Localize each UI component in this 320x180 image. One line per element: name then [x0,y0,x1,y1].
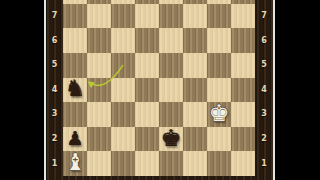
rank-label-left-4: 4 [46,85,63,95]
rank-label-right-6: 6 [255,36,273,46]
square-b1[interactable] [87,151,111,176]
square-c6[interactable] [111,28,135,53]
square-e5[interactable] [159,53,183,78]
square-g3[interactable]: ♚ [207,102,231,127]
square-b5[interactable] [87,53,111,78]
square-a6[interactable] [63,28,87,53]
rank-label-right-1: 1 [255,159,273,169]
square-e3[interactable] [159,102,183,127]
square-d4[interactable] [135,78,159,103]
square-f5[interactable] [183,53,207,78]
square-a5[interactable] [63,53,87,78]
square-b6[interactable] [87,28,111,53]
rank-label-right-3: 3 [255,109,273,119]
square-c7[interactable] [111,4,135,29]
square-e1[interactable] [159,151,183,176]
square-g1[interactable] [207,151,231,176]
square-d5[interactable] [135,53,159,78]
square-c5[interactable] [111,53,135,78]
square-h1[interactable] [231,151,255,176]
square-c3[interactable] [111,102,135,127]
rank-label-left-5: 5 [46,60,63,70]
square-h6[interactable] [231,28,255,53]
square-d6[interactable] [135,28,159,53]
square-f4[interactable] [183,78,207,103]
square-b4[interactable] [87,78,111,103]
rank-label-right-4: 4 [255,85,273,95]
rank-label-left-3: 3 [46,109,63,119]
square-a3[interactable] [63,102,87,127]
piece-white-bishop-a1[interactable]: ♝ [65,151,86,174]
piece-black-knight-a4[interactable]: ♞ [65,77,86,100]
square-c1[interactable] [111,151,135,176]
square-h5[interactable] [231,53,255,78]
board-frame: 7654321 ♞♚♟♚♝ 7654321 [46,0,273,180]
rank-label-right-2: 2 [255,134,273,144]
square-e2[interactable]: ♚ [159,127,183,152]
square-h7[interactable] [231,4,255,29]
piece-black-king-e2[interactable]: ♚ [161,127,182,150]
square-d1[interactable] [135,151,159,176]
rank-label-left-6: 6 [46,36,63,46]
square-c4[interactable] [111,78,135,103]
square-d3[interactable] [135,102,159,127]
square-b7[interactable] [87,4,111,29]
rank-label-left-2: 2 [46,134,63,144]
square-g5[interactable] [207,53,231,78]
square-a7[interactable] [63,4,87,29]
square-f1[interactable] [183,151,207,176]
piece-white-king-g3[interactable]: ♚ [209,102,230,125]
video-frame: 7654321 ♞♚♟♚♝ 7654321 [0,0,320,180]
square-a2[interactable]: ♟ [63,127,87,152]
square-b2[interactable] [87,127,111,152]
square-g4[interactable] [207,78,231,103]
square-d7[interactable] [135,4,159,29]
square-f7[interactable] [183,4,207,29]
square-g6[interactable] [207,28,231,53]
square-d2[interactable] [135,127,159,152]
rank-label-left-1: 1 [46,159,63,169]
square-g7[interactable] [207,4,231,29]
square-f3[interactable] [183,102,207,127]
square-c2[interactable] [111,127,135,152]
square-a1[interactable]: ♝ [63,151,87,176]
square-a4[interactable]: ♞ [63,78,87,103]
square-e4[interactable] [159,78,183,103]
rank-label-right-5: 5 [255,60,273,70]
square-e7[interactable] [159,4,183,29]
rank-label-left-7: 7 [46,11,63,21]
piece-black-pawn-a2[interactable]: ♟ [66,129,83,148]
square-e6[interactable] [159,28,183,53]
square-f2[interactable] [183,127,207,152]
square-b3[interactable] [87,102,111,127]
square-g2[interactable] [207,127,231,152]
square-h4[interactable] [231,78,255,103]
square-f6[interactable] [183,28,207,53]
square-h3[interactable] [231,102,255,127]
board-grid: ♞♚♟♚♝ [63,0,255,176]
rank-label-right-7: 7 [255,11,273,21]
square-h2[interactable] [231,127,255,152]
